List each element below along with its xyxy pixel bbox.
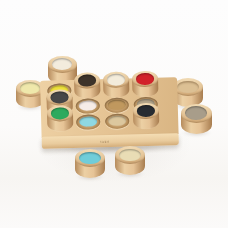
flush-disc-pink-white-smooth[interactable] <box>79 100 97 111</box>
recess-r3c2[interactable] <box>76 114 100 130</box>
recess-r2c3[interactable] <box>105 97 129 113</box>
texture-insert-white-smooth <box>52 58 73 70</box>
recess-r3c3[interactable] <box>105 113 129 129</box>
cylinder-black-smooth[interactable] <box>133 103 160 130</box>
texture-insert-natural-wood <box>177 81 199 94</box>
cylinder-dark-rough[interactable] <box>74 72 101 99</box>
cylinder-grey-mesh[interactable] <box>181 104 212 134</box>
texture-insert-black-smooth <box>136 105 155 117</box>
flush-disc-cyan-smooth[interactable] <box>79 116 97 127</box>
cylinder-white-smooth[interactable] <box>103 71 130 98</box>
cylinder-green-smooth[interactable] <box>47 105 74 132</box>
texture-insert-dark-rough <box>78 75 97 87</box>
cylinder-cream-speckle[interactable] <box>115 146 145 175</box>
cylinder-cyan-smooth[interactable] <box>75 149 105 178</box>
board-front-edge: tickit <box>42 133 179 149</box>
texture-insert-white-smooth <box>107 74 126 86</box>
texture-insert-cyan-smooth <box>79 152 101 165</box>
cylinder-red-smooth[interactable] <box>132 71 159 98</box>
cylinder-top-rim <box>173 78 203 96</box>
texture-insert-cream-speckle <box>119 149 141 162</box>
cylinder-top-rim <box>48 56 77 73</box>
brand-stamp: tickit <box>100 139 108 143</box>
texture-insert-pale-yellow-smooth <box>20 82 41 94</box>
cylinder-top-rim <box>115 146 145 164</box>
texture-insert-grey-mesh <box>185 106 207 120</box>
texture-insert-green-smooth <box>50 107 69 119</box>
product-photo-scene: tickit <box>0 0 228 228</box>
texture-insert-red-smooth <box>136 73 155 85</box>
texture-insert-black-glitter <box>50 91 69 103</box>
cylinder-top-rim <box>181 104 212 123</box>
flush-disc-sand-rough[interactable] <box>108 115 126 126</box>
flush-disc-burlap-mesh[interactable] <box>108 99 126 110</box>
recess-r2c2[interactable] <box>76 98 100 114</box>
matching-board: tickit <box>40 77 179 151</box>
cylinder-top-rim <box>75 149 105 167</box>
